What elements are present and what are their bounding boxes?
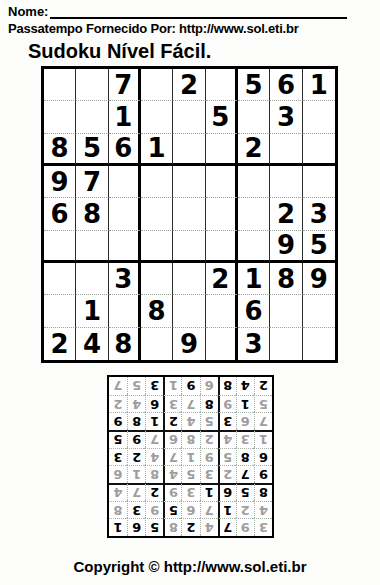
solution-cell-r5c9: 3 xyxy=(109,448,127,466)
puzzle-cell-r9c4[interactable] xyxy=(141,328,173,360)
solution-cell-r3c8: 7 xyxy=(127,483,145,501)
solution-cell-r2c9: 8 xyxy=(109,501,127,519)
puzzle-cell-r6c9: 5 xyxy=(303,231,335,263)
puzzle-cell-r7c6: 2 xyxy=(206,263,238,295)
solution-cell-r8c4: 8 xyxy=(200,395,218,413)
solution-cell-r5c2: 8 xyxy=(236,448,254,466)
puzzle-cell-r3c3: 6 xyxy=(109,134,141,166)
solution-cell-r8c5: 7 xyxy=(181,395,199,413)
puzzle-cell-r8c8[interactable] xyxy=(270,295,302,327)
solution-cell-r9c4: 6 xyxy=(200,377,218,395)
solution-cell-r7c2: 6 xyxy=(236,412,254,430)
provider-line: Passatempo Fornecido Por: http://www.sol… xyxy=(8,21,299,36)
solution-cell-r4c8: 1 xyxy=(127,465,145,483)
solution-cell-r1c7: 5 xyxy=(145,518,163,536)
solution-cell-r6c7: 7 xyxy=(145,430,163,448)
puzzle-cell-r6c3[interactable] xyxy=(109,231,141,263)
solution-cell-r4c9: 6 xyxy=(109,465,127,483)
solution-cell-r5c6: 7 xyxy=(163,448,181,466)
solution-cell-r7c4: 5 xyxy=(200,412,218,430)
puzzle-cell-r1c2[interactable] xyxy=(76,69,108,101)
puzzle-cell-r1c9: 1 xyxy=(303,69,335,101)
solution-cell-r2c2: 2 xyxy=(236,501,254,519)
puzzle-cell-r4c2: 7 xyxy=(76,166,108,198)
puzzle-cell-r6c8: 9 xyxy=(270,231,302,263)
solution-cell-r6c2: 3 xyxy=(236,430,254,448)
solution-cell-r5c8: 2 xyxy=(127,448,145,466)
puzzle-cell-r9c6[interactable] xyxy=(206,328,238,360)
solution-cell-r1c4: 4 xyxy=(200,518,218,536)
sudoku-worksheet-page: Nome: Passatempo Fornecido Por: http://w… xyxy=(0,0,380,585)
name-fill-line[interactable] xyxy=(50,3,347,19)
puzzle-cell-r9c5: 9 xyxy=(173,328,205,360)
solution-cell-r1c2: 9 xyxy=(236,518,254,536)
solution-cell-r7c7: 1 xyxy=(145,412,163,430)
copyright-line: Copyright © http://www.sol.eti.br xyxy=(0,558,380,575)
solution-cell-r3c4: 1 xyxy=(200,483,218,501)
solution-cell-r1c3: 7 xyxy=(218,518,236,536)
puzzle-cell-r5c9: 3 xyxy=(303,198,335,230)
puzzle-cell-r4c7[interactable] xyxy=(238,166,270,198)
solution-cell-r8c7: 6 xyxy=(145,395,163,413)
solution-cell-r6c8: 9 xyxy=(127,430,145,448)
solution-cell-r7c9: 9 xyxy=(109,412,127,430)
solution-cell-r9c6: 1 xyxy=(163,377,181,395)
solution-cell-r9c1: 2 xyxy=(254,377,272,395)
solution-cell-r5c7: 4 xyxy=(145,448,163,466)
puzzle-cell-r2c2[interactable] xyxy=(76,101,108,133)
puzzle-cell-r2c9[interactable] xyxy=(303,101,335,133)
solution-cell-r9c5: 9 xyxy=(181,377,199,395)
solution-cell-r6c4: 2 xyxy=(200,430,218,448)
puzzle-cell-r8c5[interactable] xyxy=(173,295,205,327)
puzzle-cell-r1c3: 7 xyxy=(109,69,141,101)
solution-cell-r3c9: 4 xyxy=(109,483,127,501)
solution-cell-r7c3: 3 xyxy=(218,412,236,430)
sudoku-solution-grid-rotated: 3974285614217659388561392749723548166859… xyxy=(107,375,274,538)
puzzle-cell-r3c8[interactable] xyxy=(270,134,302,166)
puzzle-cell-r2c8: 3 xyxy=(270,101,302,133)
puzzle-cell-r5c2: 8 xyxy=(76,198,108,230)
puzzle-cell-r2c7[interactable] xyxy=(238,101,270,133)
solution-cell-r9c2: 4 xyxy=(236,377,254,395)
puzzle-cell-r2c6: 5 xyxy=(206,101,238,133)
puzzle-cell-r2c1[interactable] xyxy=(44,101,76,133)
puzzle-cell-r8c2: 1 xyxy=(76,295,108,327)
solution-cell-r5c1: 6 xyxy=(254,448,272,466)
puzzle-cell-r7c2[interactable] xyxy=(76,263,108,295)
puzzle-cell-r4c1: 9 xyxy=(44,166,76,198)
puzzle-cell-r9c7: 3 xyxy=(238,328,270,360)
puzzle-cell-r6c4[interactable] xyxy=(141,231,173,263)
puzzle-cell-r9c9[interactable] xyxy=(303,328,335,360)
solution-cell-r5c4: 9 xyxy=(200,448,218,466)
solution-cell-r3c5: 3 xyxy=(181,483,199,501)
puzzle-cell-r5c7[interactable] xyxy=(238,198,270,230)
solution-cell-r9c8: 5 xyxy=(127,377,145,395)
solution-cell-r9c3: 8 xyxy=(218,377,236,395)
solution-cell-r7c5: 4 xyxy=(181,412,199,430)
solution-cell-r4c5: 5 xyxy=(181,465,199,483)
puzzle-cell-r3c7: 2 xyxy=(238,134,270,166)
puzzle-cell-r3c5[interactable] xyxy=(173,134,205,166)
sudoku-puzzle-grid: 7256115385612976823953218918624893 xyxy=(41,66,338,363)
solution-cell-r2c7: 9 xyxy=(145,501,163,519)
solution-cell-r3c6: 9 xyxy=(163,483,181,501)
puzzle-cell-r4c8[interactable] xyxy=(270,166,302,198)
puzzle-cell-r6c2[interactable] xyxy=(76,231,108,263)
puzzle-cell-r4c6[interactable] xyxy=(206,166,238,198)
puzzle-cell-r9c8[interactable] xyxy=(270,328,302,360)
puzzle-cell-r5c3[interactable] xyxy=(109,198,141,230)
solution-cell-r6c9: 5 xyxy=(109,430,127,448)
puzzle-cell-r6c6[interactable] xyxy=(206,231,238,263)
puzzle-cell-r6c5[interactable] xyxy=(173,231,205,263)
solution-cell-r3c1: 8 xyxy=(254,483,272,501)
page-title: Sudoku Nível Fácil. xyxy=(28,40,211,63)
name-row: Nome: xyxy=(8,3,347,19)
solution-cell-r8c8: 4 xyxy=(127,395,145,413)
puzzle-cell-r7c4[interactable] xyxy=(141,263,173,295)
puzzle-cell-r4c5[interactable] xyxy=(173,166,205,198)
puzzle-cell-r1c1[interactable] xyxy=(44,69,76,101)
solution-cell-r3c3: 6 xyxy=(218,483,236,501)
puzzle-cell-r7c9: 9 xyxy=(303,263,335,295)
puzzle-cell-r8c9[interactable] xyxy=(303,295,335,327)
solution-cell-r5c3: 5 xyxy=(218,448,236,466)
solution-cell-r4c7: 8 xyxy=(145,465,163,483)
solution-cell-r5c5: 1 xyxy=(181,448,199,466)
puzzle-cell-r9c1: 2 xyxy=(44,328,76,360)
name-label: Nome: xyxy=(8,4,48,19)
puzzle-cell-r4c3[interactable] xyxy=(109,166,141,198)
puzzle-cell-r5c1: 6 xyxy=(44,198,76,230)
puzzle-cell-r9c3: 8 xyxy=(109,328,141,360)
solution-cell-r6c5: 8 xyxy=(181,430,199,448)
solution-cell-r2c5: 6 xyxy=(181,501,199,519)
puzzle-cell-r7c1[interactable] xyxy=(44,263,76,295)
solution-cell-r1c6: 8 xyxy=(163,518,181,536)
solution-cell-r1c8: 6 xyxy=(127,518,145,536)
solution-cell-r8c2: 1 xyxy=(236,395,254,413)
puzzle-cell-r7c5[interactable] xyxy=(173,263,205,295)
puzzle-cell-r3c4: 1 xyxy=(141,134,173,166)
solution-cell-r6c6: 6 xyxy=(163,430,181,448)
solution-cell-r6c1: 1 xyxy=(254,430,272,448)
solution-cell-r4c1: 9 xyxy=(254,465,272,483)
solution-cell-r2c6: 5 xyxy=(163,501,181,519)
puzzle-cell-r7c8: 8 xyxy=(270,263,302,295)
puzzle-cell-r5c8: 2 xyxy=(270,198,302,230)
solution-cell-r4c3: 2 xyxy=(218,465,236,483)
solution-cell-r8c1: 5 xyxy=(254,395,272,413)
puzzle-cell-r1c7: 5 xyxy=(238,69,270,101)
solution-cell-r8c3: 9 xyxy=(218,395,236,413)
puzzle-cell-r3c6[interactable] xyxy=(206,134,238,166)
puzzle-cell-r2c4[interactable] xyxy=(141,101,173,133)
puzzle-cell-r1c4[interactable] xyxy=(141,69,173,101)
solution-cell-r7c1: 7 xyxy=(254,412,272,430)
solution-cell-r1c5: 2 xyxy=(181,518,199,536)
solution-cell-r1c1: 3 xyxy=(254,518,272,536)
solution-cell-r6c3: 4 xyxy=(218,430,236,448)
solution-cell-r9c9: 7 xyxy=(109,377,127,395)
solution-cell-r2c4: 7 xyxy=(200,501,218,519)
puzzle-cell-r5c6[interactable] xyxy=(206,198,238,230)
solution-cell-r7c8: 8 xyxy=(127,412,145,430)
solution-cell-r3c2: 5 xyxy=(236,483,254,501)
puzzle-cell-r6c1[interactable] xyxy=(44,231,76,263)
puzzle-cell-r8c1[interactable] xyxy=(44,295,76,327)
puzzle-cell-r8c4: 8 xyxy=(141,295,173,327)
puzzle-cell-r3c2: 5 xyxy=(76,134,108,166)
puzzle-cell-r7c3: 3 xyxy=(109,263,141,295)
solution-cell-r2c8: 3 xyxy=(127,501,145,519)
puzzle-cell-r1c8: 6 xyxy=(270,69,302,101)
puzzle-cell-r4c9[interactable] xyxy=(303,166,335,198)
solution-cell-r2c3: 1 xyxy=(218,501,236,519)
puzzle-cell-r2c5[interactable] xyxy=(173,101,205,133)
solution-cell-r8c9: 2 xyxy=(109,395,127,413)
puzzle-cell-r1c6[interactable] xyxy=(206,69,238,101)
puzzle-cell-r5c4[interactable] xyxy=(141,198,173,230)
solution-cell-r4c2: 7 xyxy=(236,465,254,483)
puzzle-cell-r4c4[interactable] xyxy=(141,166,173,198)
solution-cell-r4c6: 4 xyxy=(163,465,181,483)
puzzle-cell-r3c1: 8 xyxy=(44,134,76,166)
puzzle-cell-r2c3: 1 xyxy=(109,101,141,133)
puzzle-cell-r8c7: 6 xyxy=(238,295,270,327)
solution-cell-r1c9: 1 xyxy=(109,518,127,536)
solution-cell-r4c4: 3 xyxy=(200,465,218,483)
solution-cell-r9c7: 3 xyxy=(145,377,163,395)
solution-cell-r8c6: 3 xyxy=(163,395,181,413)
puzzle-cell-r7c7: 1 xyxy=(238,263,270,295)
puzzle-cell-r3c9[interactable] xyxy=(303,134,335,166)
solution-cell-r2c1: 4 xyxy=(254,501,272,519)
puzzle-cell-r8c6[interactable] xyxy=(206,295,238,327)
puzzle-cell-r6c7[interactable] xyxy=(238,231,270,263)
puzzle-cell-r5c5[interactable] xyxy=(173,198,205,230)
solution-cell-r7c6: 2 xyxy=(163,412,181,430)
puzzle-cell-r8c3[interactable] xyxy=(109,295,141,327)
solution-cell-r3c7: 2 xyxy=(145,483,163,501)
puzzle-cell-r9c2: 4 xyxy=(76,328,108,360)
puzzle-cell-r1c5: 2 xyxy=(173,69,205,101)
